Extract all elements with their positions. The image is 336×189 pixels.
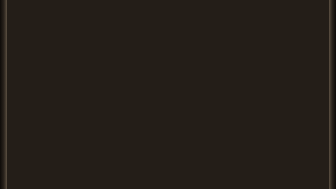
chess-board: [0, 0, 336, 189]
board-frame-right: [329, 0, 336, 189]
board-frame-left: [0, 0, 7, 189]
board-pieces: [0, 0, 336, 189]
